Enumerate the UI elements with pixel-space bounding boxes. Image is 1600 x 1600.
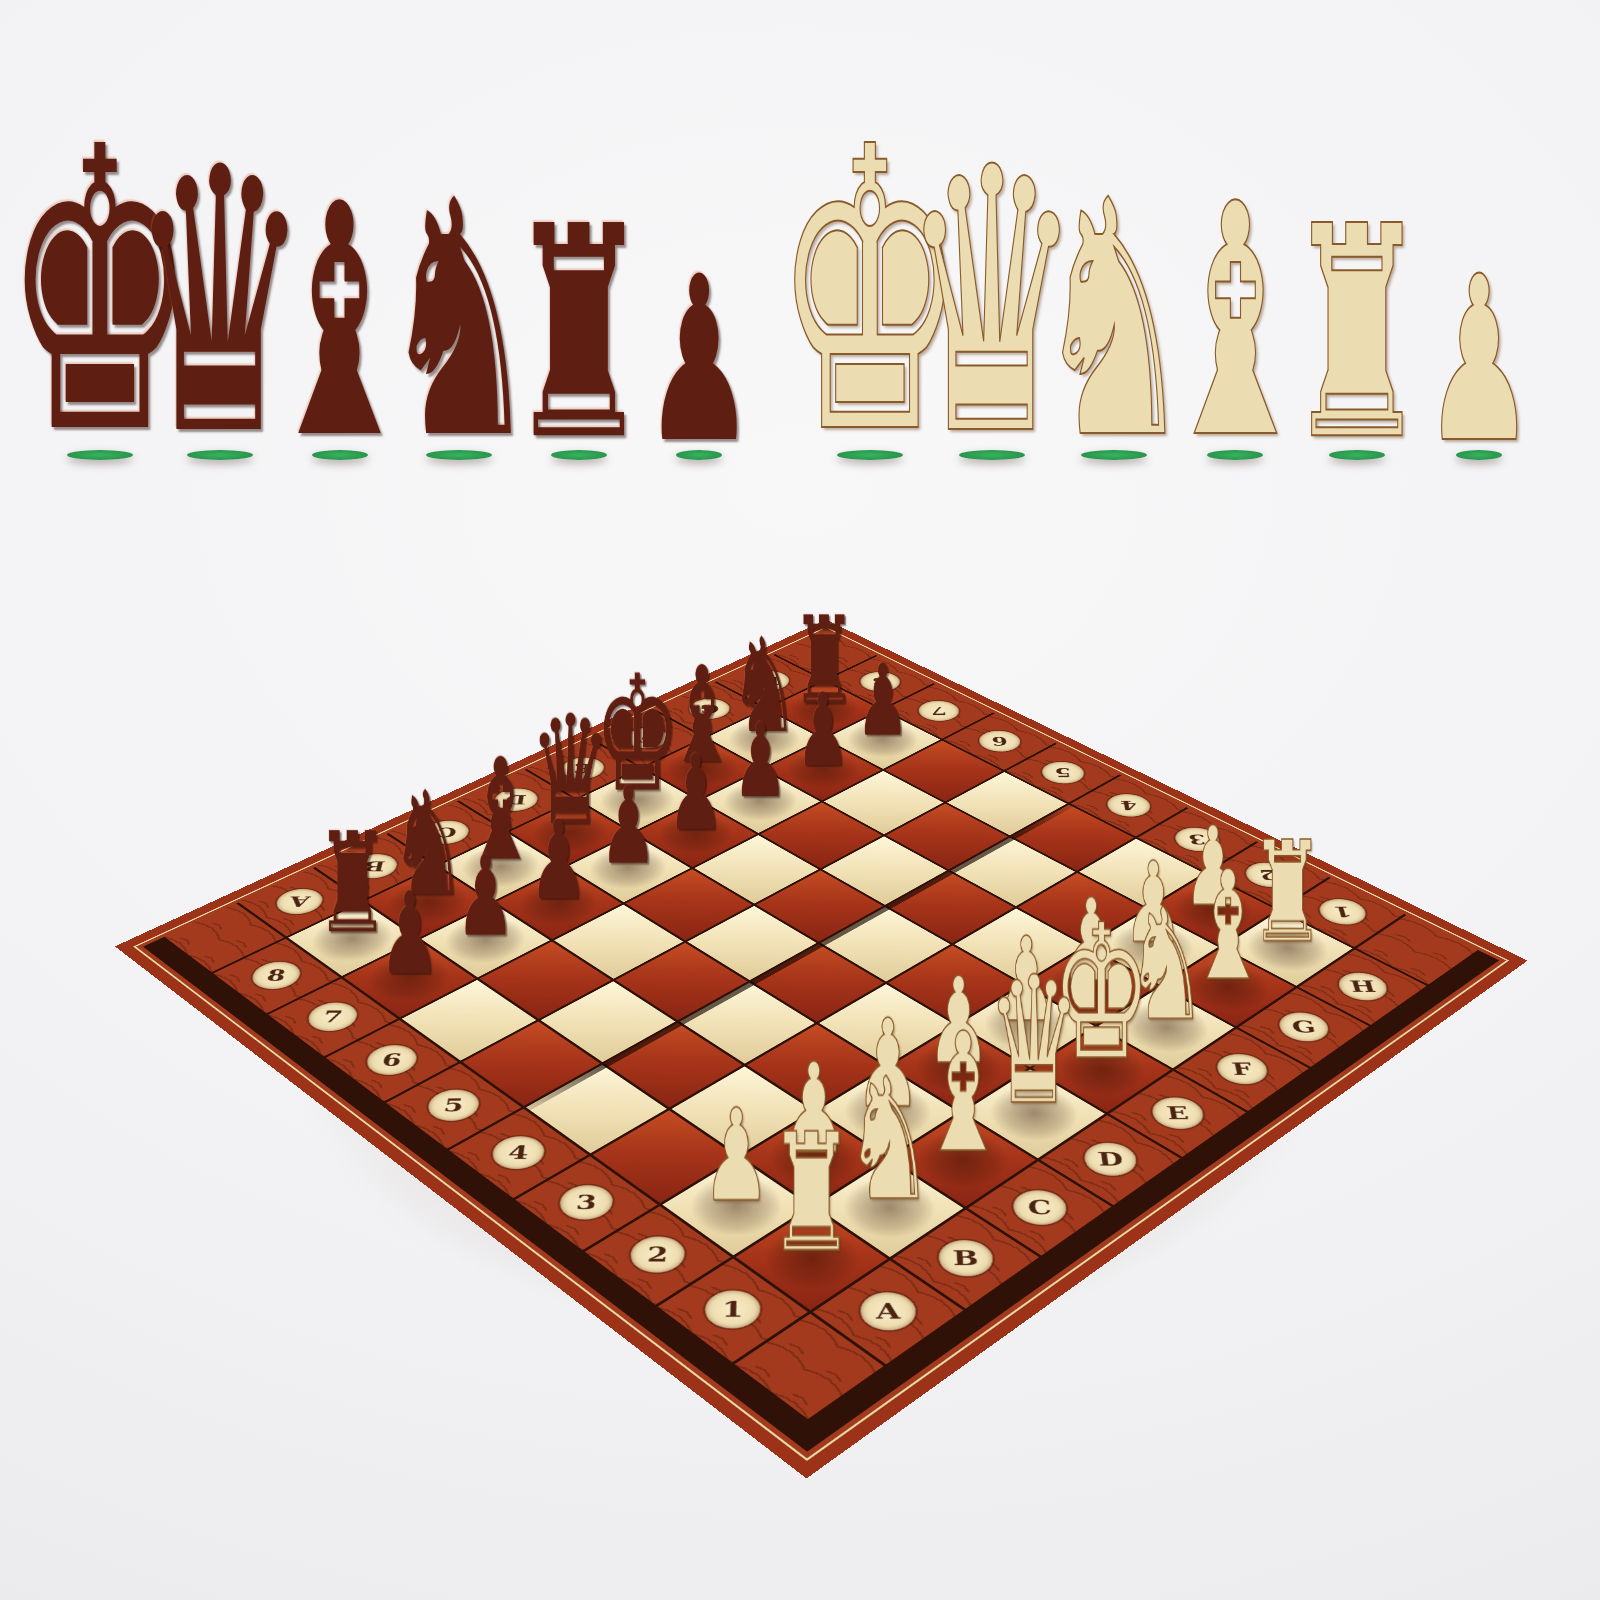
coordinate-label: C bbox=[422, 820, 470, 843]
coordinate-label: G bbox=[688, 698, 729, 718]
coordinate-label: 8 bbox=[860, 672, 900, 691]
coordinate-label: 4 bbox=[1105, 794, 1152, 816]
rook-glyph-icon: ♜ bbox=[767, 1121, 855, 1265]
product-photo-stage: ♚♛♝♞♜♟ ♚♛♞♝♜♟ 87654321HHGGFFEEDDCCBBAA87… bbox=[0, 0, 1600, 1600]
coordinate-label: 7 bbox=[918, 700, 960, 720]
pawn-glyph-icon: ♟ bbox=[701, 1100, 770, 1212]
coordinate-label: E bbox=[560, 757, 604, 778]
chess-board: 87654321HHGGFFEEDDCCBBAA87654321 ♜♞♝♛♚♝♞… bbox=[114, 619, 1527, 1478]
coordinate-label: A bbox=[273, 888, 325, 913]
coordinate-label: F bbox=[626, 727, 669, 748]
knight-glyph-icon: ♞ bbox=[843, 1065, 934, 1213]
coordinate-label: H bbox=[749, 671, 789, 690]
coordinate-label: 1 bbox=[1316, 899, 1369, 924]
board-scene: 87654321HHGGFFEEDDCCBBAA87654321 ♜♞♝♛♚♝♞… bbox=[0, 0, 1600, 1600]
coordinate-label: 5 bbox=[1040, 761, 1085, 783]
coordinate-label: 6 bbox=[978, 730, 1021, 751]
pawn-glyph-icon: ♟ bbox=[378, 884, 439, 984]
coordinate-label: D bbox=[493, 788, 539, 810]
